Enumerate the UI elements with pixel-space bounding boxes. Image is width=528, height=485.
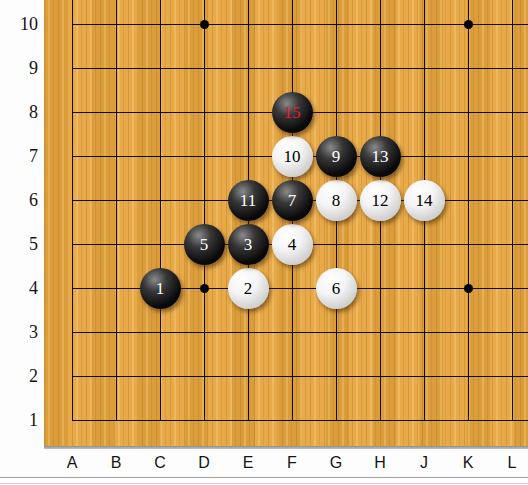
star-point: [200, 20, 209, 29]
grid-line-horizontal: [72, 420, 528, 421]
stone: 8: [316, 180, 357, 221]
row-coordinate-strip: 10987654321: [0, 0, 44, 446]
grid-line-horizontal: [72, 68, 528, 69]
grid-line-vertical: [512, 0, 513, 421]
star-point: [200, 284, 209, 293]
col-label: E: [233, 453, 263, 473]
row-label: 1: [0, 409, 38, 431]
stone: 2: [228, 268, 269, 309]
stone: 7: [272, 180, 313, 221]
bottom-separator-highlight: [0, 478, 528, 479]
stone: 3: [228, 224, 269, 265]
row-label: 10: [0, 13, 38, 35]
stone-number: 11: [240, 192, 256, 209]
stone-number: 14: [416, 192, 433, 209]
col-label: B: [101, 453, 131, 473]
star-point: [464, 284, 473, 293]
stone-number: 5: [200, 236, 209, 253]
col-label: L: [497, 453, 527, 473]
stone: 6: [316, 268, 357, 309]
stone-number: 2: [244, 280, 253, 297]
go-diagram: 123456789101112131415 10987654321 ABCDEF…: [0, 0, 528, 485]
stone: 13: [360, 136, 401, 177]
row-label: 8: [0, 101, 38, 123]
stone: 15: [272, 92, 313, 133]
grid-line-vertical: [468, 0, 469, 421]
stone-number: 13: [372, 148, 389, 165]
row-label: 2: [0, 365, 38, 387]
row-label: 4: [0, 277, 38, 299]
row-label: 5: [0, 233, 38, 255]
row-label: 9: [0, 57, 38, 79]
stone: 9: [316, 136, 357, 177]
row-label: 6: [0, 189, 38, 211]
stone-number: 15: [284, 104, 301, 121]
grid-line-horizontal: [72, 376, 528, 377]
col-label: J: [409, 453, 439, 473]
stone-number: 1: [156, 280, 165, 297]
row-label: 3: [0, 321, 38, 343]
stone-number: 12: [372, 192, 389, 209]
stone-number: 8: [332, 192, 341, 209]
col-label: H: [365, 453, 395, 473]
column-coordinate-strip: ABCDEFGHJKL: [0, 449, 528, 485]
star-point: [464, 20, 473, 29]
window-edge-line: [0, 483, 528, 484]
grid-line-vertical: [116, 0, 117, 421]
stone: 1: [140, 268, 181, 309]
row-label: 7: [0, 145, 38, 167]
stone-number: 3: [244, 236, 253, 253]
col-label: C: [145, 453, 175, 473]
col-label: K: [453, 453, 483, 473]
stone-number: 4: [288, 236, 297, 253]
grid-line-horizontal: [72, 332, 528, 333]
stone: 12: [360, 180, 401, 221]
grid-line-horizontal: [72, 24, 528, 25]
col-label: A: [57, 453, 87, 473]
go-board[interactable]: 123456789101112131415: [44, 0, 528, 446]
stone-number: 6: [332, 280, 341, 297]
grid-line-vertical: [72, 0, 73, 421]
stone-number: 10: [284, 148, 301, 165]
stone: 11: [228, 180, 269, 221]
grid-line-vertical: [204, 0, 205, 421]
stone-number: 7: [288, 192, 297, 209]
col-label: F: [277, 453, 307, 473]
col-label: G: [321, 453, 351, 473]
stone: 5: [184, 224, 225, 265]
col-label: D: [189, 453, 219, 473]
stone-number: 9: [332, 148, 341, 165]
stone: 4: [272, 224, 313, 265]
stone: 14: [404, 180, 445, 221]
stone: 10: [272, 136, 313, 177]
grid-line-vertical: [160, 0, 161, 421]
